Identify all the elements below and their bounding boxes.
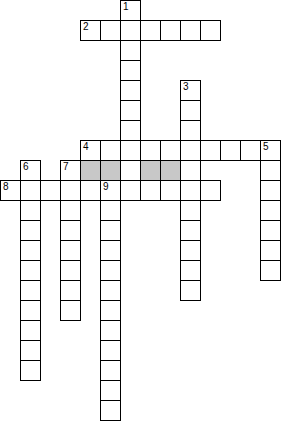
cell-r13-c5[interactable]: [100, 260, 121, 281]
cell-r7-c8[interactable]: [160, 140, 181, 161]
clue-number-4: 4: [83, 141, 89, 152]
cell-r8-c1[interactable]: 6: [20, 160, 41, 181]
cell-r15-c3[interactable]: [60, 300, 81, 321]
cell-r14-c3[interactable]: [60, 280, 81, 301]
cell-r17-c1[interactable]: [20, 340, 41, 361]
cell-r7-c12[interactable]: [240, 140, 261, 161]
cell-r15-c1[interactable]: [20, 300, 41, 321]
cell-r13-c13[interactable]: [260, 260, 281, 281]
cell-r8-c13[interactable]: [260, 160, 281, 181]
clue-number-2: 2: [83, 21, 89, 32]
cell-r1-c8[interactable]: [160, 20, 181, 41]
cell-r11-c9[interactable]: [180, 220, 201, 241]
cell-r12-c1[interactable]: [20, 240, 41, 261]
cell-r6-c6[interactable]: [120, 120, 141, 141]
shaded-cell-r8-c8: [160, 160, 181, 181]
cell-r9-c4[interactable]: [80, 180, 101, 201]
cell-r9-c6[interactable]: [120, 180, 141, 201]
cell-r9-c8[interactable]: [160, 180, 181, 201]
cell-r9-c7[interactable]: [140, 180, 161, 201]
cell-r13-c9[interactable]: [180, 260, 201, 281]
cell-r11-c5[interactable]: [100, 220, 121, 241]
cell-r18-c1[interactable]: [20, 360, 41, 381]
cell-r0-c6[interactable]: 1: [120, 0, 141, 21]
cell-r11-c13[interactable]: [260, 220, 281, 241]
clue-number-8: 8: [3, 181, 9, 192]
cell-r7-c5[interactable]: [100, 140, 121, 161]
cell-r14-c9[interactable]: [180, 280, 201, 301]
clue-number-3: 3: [183, 81, 189, 92]
cell-r1-c9[interactable]: [180, 20, 201, 41]
cell-r10-c13[interactable]: [260, 200, 281, 221]
cell-r20-c5[interactable]: [100, 400, 121, 421]
cell-r16-c5[interactable]: [100, 320, 121, 341]
cell-r7-c6[interactable]: [120, 140, 141, 161]
cell-r7-c10[interactable]: [200, 140, 221, 161]
cell-r12-c5[interactable]: [100, 240, 121, 261]
cell-r9-c2[interactable]: [40, 180, 61, 201]
cell-r11-c3[interactable]: [60, 220, 81, 241]
cell-r9-c10[interactable]: [200, 180, 221, 201]
shaded-cell-r8-c4: [80, 160, 101, 181]
cell-r14-c5[interactable]: [100, 280, 121, 301]
cell-r7-c4[interactable]: 4: [80, 140, 101, 161]
cell-r14-c1[interactable]: [20, 280, 41, 301]
cell-r15-c5[interactable]: [100, 300, 121, 321]
cell-r8-c3[interactable]: 7: [60, 160, 81, 181]
cell-r1-c6[interactable]: [120, 20, 141, 41]
cell-r9-c9[interactable]: [180, 180, 201, 201]
clue-number-7: 7: [63, 161, 69, 172]
cell-r1-c10[interactable]: [200, 20, 221, 41]
cell-r10-c3[interactable]: [60, 200, 81, 221]
cell-r9-c13[interactable]: [260, 180, 281, 201]
cell-r1-c5[interactable]: [100, 20, 121, 41]
cell-r17-c5[interactable]: [100, 340, 121, 361]
cell-r12-c13[interactable]: [260, 240, 281, 261]
cell-r13-c1[interactable]: [20, 260, 41, 281]
cell-r6-c9[interactable]: [180, 120, 201, 141]
cell-r2-c6[interactable]: [120, 40, 141, 61]
clue-number-9: 9: [103, 181, 109, 192]
cell-r11-c1[interactable]: [20, 220, 41, 241]
cell-r10-c9[interactable]: [180, 200, 201, 221]
cell-r13-c3[interactable]: [60, 260, 81, 281]
cell-r19-c5[interactable]: [100, 380, 121, 401]
cell-r12-c3[interactable]: [60, 240, 81, 261]
cell-r1-c7[interactable]: [140, 20, 161, 41]
clue-number-1: 1: [123, 1, 129, 12]
cell-r8-c6[interactable]: [120, 160, 141, 181]
cell-r7-c11[interactable]: [220, 140, 241, 161]
clue-number-5: 5: [263, 141, 269, 152]
cell-r5-c9[interactable]: [180, 100, 201, 121]
cell-r9-c3[interactable]: [60, 180, 81, 201]
cell-r9-c0[interactable]: 8: [0, 180, 21, 201]
cell-r4-c6[interactable]: [120, 80, 141, 101]
cell-r3-c6[interactable]: [120, 60, 141, 81]
cell-r18-c5[interactable]: [100, 360, 121, 381]
cell-r12-c9[interactable]: [180, 240, 201, 261]
cell-r9-c1[interactable]: [20, 180, 41, 201]
shaded-cell-r8-c7: [140, 160, 161, 181]
cell-r1-c4[interactable]: 2: [80, 20, 101, 41]
cell-r8-c9[interactable]: [180, 160, 201, 181]
cell-r5-c6[interactable]: [120, 100, 141, 121]
cell-r4-c9[interactable]: 3: [180, 80, 201, 101]
cell-r7-c9[interactable]: [180, 140, 201, 161]
cell-r16-c1[interactable]: [20, 320, 41, 341]
cell-r7-c7[interactable]: [140, 140, 161, 161]
cell-r10-c1[interactable]: [20, 200, 41, 221]
shaded-cell-r8-c5: [100, 160, 121, 181]
cell-r10-c5[interactable]: [100, 200, 121, 221]
cell-r9-c5[interactable]: 9: [100, 180, 121, 201]
cell-r7-c13[interactable]: 5: [260, 140, 281, 161]
clue-number-6: 6: [23, 161, 29, 172]
crossword-grid: 123456789: [0, 0, 281, 421]
